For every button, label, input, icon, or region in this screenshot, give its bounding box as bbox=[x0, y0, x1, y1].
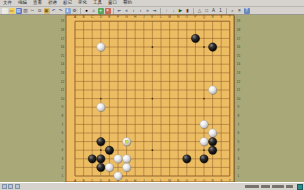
coord-right: 9 bbox=[238, 105, 240, 109]
status-text-segment bbox=[261, 185, 270, 188]
stone-black[interactable] bbox=[208, 146, 216, 154]
menu-item-2[interactable]: 查看 bbox=[30, 0, 45, 6]
coord-left: 10 bbox=[61, 97, 65, 101]
stone-white[interactable] bbox=[208, 129, 216, 137]
coord-left: 4 bbox=[62, 148, 64, 152]
coord-right: 16 bbox=[237, 45, 241, 49]
coord-left: 2 bbox=[62, 166, 64, 170]
coord-right: 15 bbox=[237, 54, 241, 58]
coord-top: T bbox=[229, 15, 231, 19]
coord-right: 18 bbox=[237, 28, 241, 32]
status-text-segment bbox=[286, 185, 293, 188]
coord-left: 11 bbox=[61, 88, 65, 92]
stone-black[interactable] bbox=[97, 155, 105, 163]
coord-top: P bbox=[194, 15, 196, 19]
stone-white[interactable] bbox=[200, 137, 208, 145]
last-move-marker bbox=[125, 140, 128, 143]
menu-item-4[interactable]: 标记 bbox=[60, 0, 75, 6]
go-board[interactable]: ABCDEFGHJKLMNOPQRSTABCDEFGHJKLMNOPQRST19… bbox=[58, 13, 244, 184]
coord-left: 7 bbox=[62, 123, 64, 127]
stone-white[interactable] bbox=[122, 163, 130, 171]
stone-black[interactable] bbox=[208, 137, 216, 145]
app-window: 文件编辑查看棋谱标记变化工具窗口帮助 ▢▭▤▥✂⧉▣↶↷ℹ⚙●○+×⇤«‹›»⇥… bbox=[0, 0, 304, 190]
coord-right: 13 bbox=[237, 71, 241, 75]
hoshi-point bbox=[203, 149, 205, 151]
stone-white[interactable] bbox=[122, 155, 130, 163]
open-file-icon[interactable]: ▭ bbox=[9, 8, 15, 14]
stone-black[interactable] bbox=[191, 34, 199, 42]
coord-right: 2 bbox=[238, 166, 240, 170]
hoshi-point bbox=[100, 149, 102, 151]
stone-black[interactable] bbox=[183, 155, 191, 163]
coord-top: L bbox=[160, 15, 162, 19]
coord-right: 7 bbox=[238, 123, 240, 127]
help-icon[interactable]: ? bbox=[244, 8, 250, 14]
coord-right: 11 bbox=[237, 88, 241, 92]
coord-left: 16 bbox=[61, 45, 65, 49]
coord-left: 3 bbox=[62, 157, 64, 161]
coord-top: B bbox=[83, 15, 85, 19]
coord-top: E bbox=[108, 15, 110, 19]
cut-icon[interactable]: ✂ bbox=[30, 8, 36, 14]
stone-white[interactable] bbox=[114, 155, 122, 163]
coord-right: 5 bbox=[238, 140, 240, 144]
stone-white[interactable] bbox=[208, 86, 216, 94]
stone-white[interactable] bbox=[114, 172, 122, 180]
stone-white[interactable] bbox=[97, 103, 105, 111]
status-icon-2[interactable] bbox=[8, 184, 13, 189]
coord-left: 6 bbox=[62, 131, 64, 135]
hoshi-point bbox=[203, 98, 205, 100]
menu-item-8[interactable]: 帮助 bbox=[120, 0, 135, 6]
stone-black[interactable] bbox=[208, 43, 216, 51]
stone-black[interactable] bbox=[105, 146, 113, 154]
new-file-icon[interactable]: ▢ bbox=[2, 8, 8, 14]
coord-left: 14 bbox=[61, 62, 65, 66]
coord-top: F bbox=[117, 15, 119, 19]
print-icon[interactable]: ▥ bbox=[23, 8, 29, 14]
coord-left: 8 bbox=[62, 114, 64, 118]
coord-right: 19 bbox=[237, 19, 241, 23]
coord-left: 1 bbox=[62, 174, 64, 178]
menu-item-5[interactable]: 变化 bbox=[75, 0, 90, 6]
menu-item-1[interactable]: 编辑 bbox=[15, 0, 30, 6]
coord-left: 9 bbox=[62, 105, 64, 109]
save-file-icon[interactable]: ▤ bbox=[16, 8, 22, 14]
coord-left: 12 bbox=[61, 80, 65, 84]
menu-bar: 文件编辑查看棋谱标记变化工具窗口帮助 bbox=[0, 0, 304, 7]
coord-right: 4 bbox=[238, 148, 240, 152]
coord-left: 18 bbox=[61, 28, 65, 32]
status-icon-1[interactable] bbox=[2, 184, 7, 189]
status-icon-3[interactable] bbox=[15, 184, 20, 189]
coord-right: 3 bbox=[238, 157, 240, 161]
menu-item-3[interactable]: 棋谱 bbox=[45, 0, 60, 6]
coord-left: 13 bbox=[61, 71, 65, 75]
stone-black[interactable] bbox=[200, 155, 208, 163]
status-bar bbox=[0, 182, 304, 190]
coord-top: S bbox=[220, 15, 222, 19]
stone-black[interactable] bbox=[97, 137, 105, 145]
hoshi-point bbox=[203, 46, 205, 48]
coord-right: 10 bbox=[237, 97, 241, 101]
coord-left: 17 bbox=[61, 37, 65, 41]
status-text-segment bbox=[245, 185, 259, 188]
coord-left: 19 bbox=[61, 19, 65, 23]
hoshi-point bbox=[152, 149, 154, 151]
coord-top: M bbox=[168, 15, 171, 19]
board-area: ABCDEFGHJKLMNOPQRSTABCDEFGHJKLMNOPQRST19… bbox=[0, 16, 304, 183]
stone-white[interactable] bbox=[97, 43, 105, 51]
resize-grip[interactable] bbox=[297, 184, 303, 190]
coord-right: 17 bbox=[237, 37, 241, 41]
copy-icon[interactable]: ⧉ bbox=[37, 8, 43, 14]
stone-white[interactable] bbox=[105, 163, 113, 171]
undo-icon[interactable]: ↶ bbox=[51, 8, 57, 14]
paste-icon[interactable]: ▣ bbox=[44, 8, 50, 14]
status-text-segment bbox=[272, 185, 284, 188]
stone-white[interactable] bbox=[200, 120, 208, 128]
coord-left: 5 bbox=[62, 140, 64, 144]
menu-item-6[interactable]: 工具 bbox=[90, 0, 105, 6]
hoshi-point bbox=[152, 98, 154, 100]
hoshi-point bbox=[100, 98, 102, 100]
coord-right: 6 bbox=[238, 131, 240, 135]
menu-item-7[interactable]: 窗口 bbox=[105, 0, 120, 6]
coord-right: 12 bbox=[237, 80, 241, 84]
coord-right: 8 bbox=[238, 114, 240, 118]
stone-black[interactable] bbox=[97, 163, 105, 171]
menu-item-0[interactable]: 文件 bbox=[0, 0, 15, 6]
coord-right: 14 bbox=[237, 62, 241, 66]
coord-right: 1 bbox=[238, 174, 240, 178]
hoshi-point bbox=[152, 46, 154, 48]
stone-black[interactable] bbox=[88, 155, 96, 163]
coord-left: 15 bbox=[61, 54, 65, 58]
